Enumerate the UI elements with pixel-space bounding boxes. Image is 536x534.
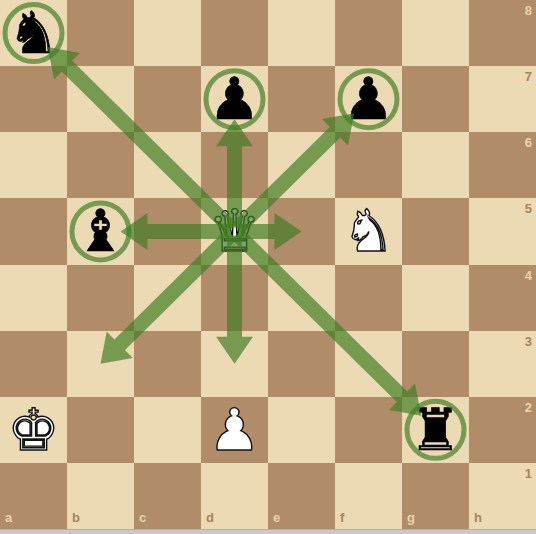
- file-label-d: d: [206, 511, 214, 524]
- page-margin-strip: [0, 529, 536, 534]
- square-b3[interactable]: [67, 331, 134, 397]
- piece-white-pawn-d2[interactable]: ♟: [201, 397, 268, 463]
- square-g4[interactable]: [402, 265, 469, 331]
- square-e8[interactable]: [268, 0, 335, 66]
- square-e2[interactable]: [268, 397, 335, 463]
- square-f4[interactable]: [335, 265, 402, 331]
- square-b2[interactable]: [67, 397, 134, 463]
- piece-black-pawn-f7[interactable]: ♟: [335, 66, 402, 132]
- square-d4[interactable]: [201, 265, 268, 331]
- square-f1[interactable]: [335, 463, 402, 529]
- square-f8[interactable]: [335, 0, 402, 66]
- square-g3[interactable]: [402, 331, 469, 397]
- piece-black-bishop-b5[interactable]: ♝: [67, 198, 134, 264]
- square-b8[interactable]: [67, 0, 134, 66]
- piece-white-queen-d5[interactable]: ♛: [201, 198, 268, 264]
- square-a6[interactable]: [0, 132, 67, 198]
- square-c2[interactable]: [134, 397, 201, 463]
- square-c4[interactable]: [134, 265, 201, 331]
- square-a3[interactable]: [0, 331, 67, 397]
- rank-label-8: 8: [516, 4, 532, 17]
- file-label-g: g: [407, 511, 415, 524]
- square-g7[interactable]: [402, 66, 469, 132]
- square-c8[interactable]: [134, 0, 201, 66]
- rank-label-5: 5: [516, 202, 532, 215]
- square-c3[interactable]: [134, 331, 201, 397]
- page: abcdefgh87654321♞♟♟♝♛♞♚♟♜: [0, 0, 536, 534]
- square-b4[interactable]: [67, 265, 134, 331]
- square-c6[interactable]: [134, 132, 201, 198]
- square-f2[interactable]: [335, 397, 402, 463]
- file-label-h: h: [474, 511, 482, 524]
- file-label-c: c: [139, 511, 146, 524]
- piece-black-knight-a8[interactable]: ♞: [0, 0, 67, 66]
- chess-board: abcdefgh87654321♞♟♟♝♛♞♚♟♜: [0, 0, 536, 529]
- square-f3[interactable]: [335, 331, 402, 397]
- rank-label-1: 1: [516, 467, 532, 480]
- rank-label-3: 3: [516, 335, 532, 348]
- file-label-f: f: [340, 511, 344, 524]
- piece-black-rook-g2[interactable]: ♜: [402, 397, 469, 463]
- rank-label-2: 2: [516, 401, 532, 414]
- square-e7[interactable]: [268, 66, 335, 132]
- square-b6[interactable]: [67, 132, 134, 198]
- square-e4[interactable]: [268, 265, 335, 331]
- file-label-e: e: [273, 511, 280, 524]
- piece-black-pawn-d7[interactable]: ♟: [201, 66, 268, 132]
- square-g6[interactable]: [402, 132, 469, 198]
- square-d8[interactable]: [201, 0, 268, 66]
- file-label-b: b: [72, 511, 80, 524]
- square-g5[interactable]: [402, 198, 469, 264]
- rank-label-7: 7: [516, 70, 532, 83]
- square-f6[interactable]: [335, 132, 402, 198]
- square-a4[interactable]: [0, 265, 67, 331]
- piece-white-knight-f5[interactable]: ♞: [335, 198, 402, 264]
- square-c5[interactable]: [134, 198, 201, 264]
- square-e5[interactable]: [268, 198, 335, 264]
- rank-label-4: 4: [516, 269, 532, 282]
- square-b7[interactable]: [67, 66, 134, 132]
- square-c7[interactable]: [134, 66, 201, 132]
- piece-white-king-a2[interactable]: ♚: [0, 397, 67, 463]
- square-a5[interactable]: [0, 198, 67, 264]
- square-g8[interactable]: [402, 0, 469, 66]
- square-d6[interactable]: [201, 132, 268, 198]
- square-a7[interactable]: [0, 66, 67, 132]
- file-label-a: a: [5, 511, 12, 524]
- square-e3[interactable]: [268, 331, 335, 397]
- square-d3[interactable]: [201, 331, 268, 397]
- rank-label-6: 6: [516, 136, 532, 149]
- square-e6[interactable]: [268, 132, 335, 198]
